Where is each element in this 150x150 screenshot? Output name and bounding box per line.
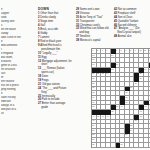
clue-number: 14 [111,54,113,56]
clue-number: 38 [92,105,94,107]
clue-number: 45 [97,115,99,117]
clue-item: 12 Mortgage adjustment, for short [38,60,72,67]
clue-number: 13 [92,54,94,56]
clue-number: 49 [92,119,94,121]
clue-number: 21 [92,72,94,74]
clue-number: 29 [135,82,137,84]
grid-cell [149,143,150,148]
clue-number: 9 [135,49,136,51]
clue-number: 24 [106,72,108,74]
clue-fragment: ch [1,112,36,116]
clue-item: 13 ___ Romeo (Italian sports car) [38,67,72,74]
clue-number: 16 [92,63,94,65]
clue-number: 22 [97,72,99,74]
clue-number: 50 [135,119,137,121]
clue-number: 4 [106,49,107,51]
clue-number: 19 [144,68,146,70]
clue-number: 18 [111,68,113,70]
clue-number: 57 [92,138,94,140]
clue-number: 48 [139,115,141,117]
clue-number: 26 [92,77,94,79]
crossword-grid: 1234567891011121314151617181920212223242… [91,48,150,148]
across-clues-column-cutoff: hcopperfundvariety withson the ballotcan… [1,8,36,116]
clue-number: 55 [92,133,94,135]
down-clues-column-2: 28 Some one's own29 Virtuoso30 Actor Ton… [76,8,110,43]
clue-number: 59 [121,143,123,145]
clue-number: 54 [130,129,132,131]
clue-number: 8 [130,49,131,51]
clue-item: 9 Alfred Hitchcock's penultimate film [38,44,72,51]
clue-number: 41 [144,105,146,107]
clue-number: 51 [92,124,94,126]
clue-number: 32 [92,91,94,93]
clue-number: 56 [125,133,127,135]
clue-item: 48 Animal skin [114,35,149,39]
clue-number: 58 [92,143,94,145]
clue-number: 52 [130,124,132,126]
clue-number: 35 [125,96,127,98]
clue-number: 10 [139,49,141,51]
clue-number: 15 [92,58,94,60]
clue-number: 11 [144,49,146,51]
clue-number: 47 [106,115,108,117]
down-clues-column-3: 42 Not so common43 Fireplace shelf44 Son… [114,8,149,39]
clue-number: 31 [130,86,132,88]
down-clues-column: DOWN 1 Other than that2 Drinks slowly3 S… [38,8,72,110]
clue-item: 38 Morocco's capital [76,39,110,43]
clue-item: 47 "Analyze ___" (De Niro/Crystal sequel… [114,27,149,34]
clue-number: 34 [92,96,94,98]
clue-number: 37 [125,101,127,103]
clue-item: 27 Better than average grade [38,102,72,109]
clue-number: 30 [92,86,94,88]
clue-number: 42 [111,110,113,112]
clue-number: 46 [102,115,104,117]
clue-number: 1 [92,49,93,51]
clue-number: 27 [139,77,141,79]
clue-number: 5 [116,49,117,51]
clue-item: 33 Word that can follow old and bag [76,27,110,34]
clue-number: 40 [121,105,123,107]
clue-number: 28 [92,82,94,84]
clue-number: 36 [92,101,94,103]
clue-number: 44 [92,115,94,117]
clue-number: 20 [149,68,150,70]
clue-number: 3 [102,49,103,51]
clue-number: 25 [139,72,141,74]
clue-item: 24 "The ___ and Future King" [38,87,72,94]
clue-number: 39 [116,105,118,107]
clue-number: 33 [125,91,127,93]
clue-number: 12 [149,49,150,51]
clue-number: 6 [121,49,122,51]
clue-number: 2 [97,49,98,51]
clue-number: 7 [125,49,126,51]
clue-number: 17 [116,63,118,65]
clue-number: 53 [92,129,94,131]
clue-number: 23 [102,72,104,74]
clue-number: 43 [139,110,141,112]
